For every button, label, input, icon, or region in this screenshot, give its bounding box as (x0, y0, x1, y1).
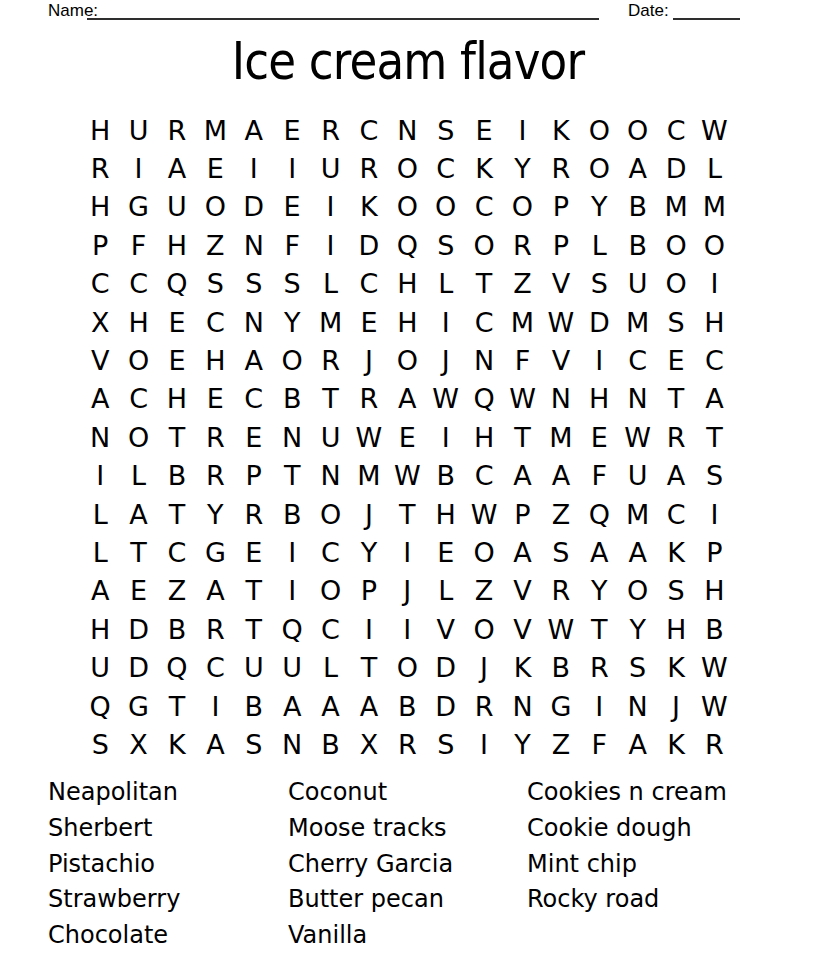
grid-cell-r12c12: A (503, 533, 541, 571)
grid-cell-r3c17: M (695, 188, 733, 226)
word-list-item: Chocolate (48, 918, 180, 954)
grid-cell-r17c4: A (196, 725, 234, 763)
grid-cell-r9c17: T (695, 418, 733, 456)
grid-cell-r2c8: R (350, 149, 388, 187)
grid-cell-r8c10: W (427, 380, 465, 418)
grid-cell-r4c3: H (158, 226, 196, 264)
grid-cell-r12c1: L (81, 533, 119, 571)
word-list-item: Cherry Garcia (288, 847, 453, 883)
grid-cell-r15c15: S (618, 648, 656, 686)
grid-cell-r5c15: U (618, 265, 656, 303)
grid-cell-r5c4: S (196, 265, 234, 303)
word-list-item: Butter pecan (288, 882, 453, 918)
grid-cell-r4c17: O (695, 226, 733, 264)
grid-cell-r8c9: A (388, 380, 426, 418)
grid-cell-r8c2: C (119, 380, 157, 418)
grid-cell-r14c8: I (350, 610, 388, 648)
grid-cell-r6c10: I (427, 303, 465, 341)
grid-cell-r6c3: E (158, 303, 196, 341)
page-title: Ice cream flavor (53, 37, 763, 85)
grid-cell-r3c5: D (235, 188, 273, 226)
grid-cell-r6c6: Y (273, 303, 311, 341)
grid-cell-r1c2: U (119, 111, 157, 149)
grid-cell-r4c7: I (311, 226, 349, 264)
grid-cell-r4c1: P (81, 226, 119, 264)
grid-cell-r6c11: C (465, 303, 503, 341)
grid-cell-r2c14: O (580, 149, 618, 187)
grid-cell-r3c14: Y (580, 188, 618, 226)
grid-cell-r4c4: Z (196, 226, 234, 264)
grid-cell-r1c11: E (465, 111, 503, 149)
grid-cell-r1c1: H (81, 111, 119, 149)
date-label: Date: (628, 1, 669, 21)
grid-cell-r7c15: C (618, 341, 656, 379)
grid-cell-r12c5: E (235, 533, 273, 571)
grid-cell-r14c16: H (657, 610, 695, 648)
grid-cell-r10c15: U (618, 457, 656, 495)
grid-cell-r5c6: S (273, 265, 311, 303)
grid-cell-r17c3: K (158, 725, 196, 763)
grid-cell-r4c13: P (542, 226, 580, 264)
grid-cell-r16c14: I (580, 687, 618, 725)
grid-cell-r5c10: L (427, 265, 465, 303)
grid-cell-r13c8: P (350, 572, 388, 610)
grid-cell-r4c5: N (235, 226, 273, 264)
grid-cell-r7c8: J (350, 341, 388, 379)
grid-cell-r14c6: Q (273, 610, 311, 648)
grid-cell-r11c6: B (273, 495, 311, 533)
grid-cell-r3c4: O (196, 188, 234, 226)
grid-cell-r1c15: O (618, 111, 656, 149)
grid-cell-r5c3: Q (158, 265, 196, 303)
grid-cell-r5c7: L (311, 265, 349, 303)
grid-cell-r13c7: O (311, 572, 349, 610)
grid-cell-r13c10: L (427, 572, 465, 610)
grid-cell-r11c17: I (695, 495, 733, 533)
grid-cell-r10c1: I (81, 457, 119, 495)
grid-cell-r3c1: H (81, 188, 119, 226)
grid-cell-r12c17: P (695, 533, 733, 571)
grid-cell-r11c15: M (618, 495, 656, 533)
grid-cell-r10c8: M (350, 457, 388, 495)
grid-cell-r15c6: U (273, 648, 311, 686)
grid-cell-r8c7: T (311, 380, 349, 418)
grid-cell-r17c7: B (311, 725, 349, 763)
grid-cell-r1c4: M (196, 111, 234, 149)
grid-cell-r9c14: E (580, 418, 618, 456)
grid-cell-r10c13: A (542, 457, 580, 495)
grid-cell-r3c16: M (657, 188, 695, 226)
grid-cell-r12c15: A (618, 533, 656, 571)
word-list: NeapolitanSherbertPistachioStrawberryCho… (0, 775, 816, 957)
grid-cell-r6c2: H (119, 303, 157, 341)
grid-cell-r11c12: P (503, 495, 541, 533)
grid-cell-r8c15: N (618, 380, 656, 418)
word-list-item: Coconut (288, 775, 453, 811)
grid-cell-r17c16: K (657, 725, 695, 763)
grid-cell-r8c14: H (580, 380, 618, 418)
grid-cell-r5c1: C (81, 265, 119, 303)
grid-cell-r7c1: V (81, 341, 119, 379)
grid-cell-r12c6: I (273, 533, 311, 571)
grid-cell-r1c8: C (350, 111, 388, 149)
grid-cell-r15c5: U (235, 648, 273, 686)
date-blank-line (673, 18, 740, 20)
grid-cell-r14c15: Y (618, 610, 656, 648)
grid-cell-r9c5: E (235, 418, 273, 456)
grid-cell-r8c17: A (695, 380, 733, 418)
grid-cell-r13c2: E (119, 572, 157, 610)
grid-cell-r10c3: B (158, 457, 196, 495)
grid-cell-r1c16: C (657, 111, 695, 149)
grid-cell-r17c13: Z (542, 725, 580, 763)
grid-cell-r1c14: O (580, 111, 618, 149)
grid-cell-r12c2: T (119, 533, 157, 571)
grid-cell-r17c17: R (695, 725, 733, 763)
grid-cell-r2c10: C (427, 149, 465, 187)
grid-cell-r4c8: D (350, 226, 388, 264)
word-list-column-3: Cookies n creamCookie doughMint chipRock… (527, 775, 727, 918)
grid-cell-r17c11: I (465, 725, 503, 763)
grid-cell-r11c3: T (158, 495, 196, 533)
grid-cell-r8c5: C (235, 380, 273, 418)
grid-cell-r5c2: C (119, 265, 157, 303)
word-list-item: Vanilla (288, 918, 453, 954)
grid-cell-r11c14: Q (580, 495, 618, 533)
grid-cell-r13c17: H (695, 572, 733, 610)
grid-cell-r13c6: I (273, 572, 311, 610)
grid-cell-r6c17: H (695, 303, 733, 341)
grid-cell-r2c15: A (618, 149, 656, 187)
grid-cell-r15c4: C (196, 648, 234, 686)
grid-cell-r14c5: T (235, 610, 273, 648)
grid-cell-r12c3: C (158, 533, 196, 571)
grid-cell-r2c17: L (695, 149, 733, 187)
grid-cell-r13c5: T (235, 572, 273, 610)
grid-cell-r7c6: O (273, 341, 311, 379)
grid-cell-r10c12: A (503, 457, 541, 495)
grid-cell-r12c4: G (196, 533, 234, 571)
grid-cell-r5c8: C (350, 265, 388, 303)
grid-cell-r10c4: R (196, 457, 234, 495)
grid-cell-r9c6: N (273, 418, 311, 456)
grid-cell-r4c15: B (618, 226, 656, 264)
grid-cell-r11c5: R (235, 495, 273, 533)
grid-cell-r10c10: B (427, 457, 465, 495)
grid-cell-r5c16: O (657, 265, 695, 303)
grid-cell-r17c15: A (618, 725, 656, 763)
grid-cell-r9c16: R (657, 418, 695, 456)
grid-cell-r4c14: L (580, 226, 618, 264)
grid-cell-r2c9: O (388, 149, 426, 187)
grid-cell-r9c1: N (81, 418, 119, 456)
grid-cell-r15c3: Q (158, 648, 196, 686)
grid-cell-r16c17: W (695, 687, 733, 725)
grid-cell-r12c10: E (427, 533, 465, 571)
grid-cell-r15c17: W (695, 648, 733, 686)
grid-cell-r8c16: T (657, 380, 695, 418)
grid-cell-r7c2: O (119, 341, 157, 379)
grid-cell-r4c11: O (465, 226, 503, 264)
grid-cell-r5c5: S (235, 265, 273, 303)
grid-cell-r3c10: O (427, 188, 465, 226)
grid-cell-r16c11: R (465, 687, 503, 725)
grid-cell-r11c1: L (81, 495, 119, 533)
grid-cell-r10c2: L (119, 457, 157, 495)
word-list-item: Rocky road (527, 882, 727, 918)
grid-cell-r4c16: O (657, 226, 695, 264)
grid-cell-r3c2: G (119, 188, 157, 226)
grid-cell-r13c9: J (388, 572, 426, 610)
grid-cell-r5c9: H (388, 265, 426, 303)
grid-cell-r16c2: G (119, 687, 157, 725)
grid-cell-r17c2: X (119, 725, 157, 763)
grid-cell-r16c7: A (311, 687, 349, 725)
grid-cell-r2c16: D (657, 149, 695, 187)
grid-cell-r16c1: Q (81, 687, 119, 725)
grid-cell-r6c12: M (503, 303, 541, 341)
grid-cell-r14c10: V (427, 610, 465, 648)
grid-cell-r2c11: K (465, 149, 503, 187)
grid-cell-r17c5: S (235, 725, 273, 763)
grid-cell-r2c13: R (542, 149, 580, 187)
grid-cell-r16c9: B (388, 687, 426, 725)
grid-cell-r7c7: R (311, 341, 349, 379)
grid-cell-r14c2: D (119, 610, 157, 648)
grid-cell-r17c14: F (580, 725, 618, 763)
grid-cell-r13c1: A (81, 572, 119, 610)
grid-cell-r13c14: Y (580, 572, 618, 610)
grid-cell-r4c9: Q (388, 226, 426, 264)
grid-cell-r7c5: A (235, 341, 273, 379)
word-search-grid: HURMAERCNSEIKOOCWRIAEIIUROCKYROADLHGUODE… (81, 111, 734, 764)
grid-cell-r12c8: Y (350, 533, 388, 571)
word-list-column-2: CoconutMoose tracksCherry GarciaButter p… (288, 775, 453, 954)
grid-cell-r7c13: V (542, 341, 580, 379)
grid-cell-r1c10: S (427, 111, 465, 149)
grid-cell-r7c11: N (465, 341, 503, 379)
grid-cell-r11c16: C (657, 495, 695, 533)
grid-cell-r3c11: C (465, 188, 503, 226)
grid-cell-r3c12: O (503, 188, 541, 226)
grid-cell-r5c14: S (580, 265, 618, 303)
grid-cell-r3c15: B (618, 188, 656, 226)
grid-cell-r4c6: F (273, 226, 311, 264)
grid-cell-r10c7: N (311, 457, 349, 495)
grid-cell-r10c11: C (465, 457, 503, 495)
grid-cell-r9c10: I (427, 418, 465, 456)
grid-cell-r3c8: K (350, 188, 388, 226)
grid-cell-r6c14: D (580, 303, 618, 341)
grid-cell-r2c2: I (119, 149, 157, 187)
grid-cell-r2c5: I (235, 149, 273, 187)
grid-cell-r4c12: R (503, 226, 541, 264)
grid-cell-r14c4: R (196, 610, 234, 648)
grid-cell-r9c4: R (196, 418, 234, 456)
grid-cell-r14c12: V (503, 610, 541, 648)
grid-cell-r8c8: R (350, 380, 388, 418)
grid-cell-r7c14: I (580, 341, 618, 379)
grid-cell-r3c6: E (273, 188, 311, 226)
grid-cell-r12c9: I (388, 533, 426, 571)
word-list-item: Mint chip (527, 847, 727, 883)
grid-cell-r6c9: H (388, 303, 426, 341)
grid-cell-r13c15: O (618, 572, 656, 610)
grid-cell-r12c14: A (580, 533, 618, 571)
grid-cell-r7c12: F (503, 341, 541, 379)
grid-cell-r15c12: K (503, 648, 541, 686)
grid-cell-r10c17: S (695, 457, 733, 495)
grid-cell-r9c2: O (119, 418, 157, 456)
grid-cell-r16c15: N (618, 687, 656, 725)
grid-cell-r3c13: P (542, 188, 580, 226)
grid-cell-r9c8: W (350, 418, 388, 456)
grid-cell-r1c9: N (388, 111, 426, 149)
grid-cell-r7c9: O (388, 341, 426, 379)
grid-cell-r9c7: U (311, 418, 349, 456)
grid-cell-r3c3: U (158, 188, 196, 226)
grid-cell-r7c16: E (657, 341, 695, 379)
grid-cell-r15c11: J (465, 648, 503, 686)
grid-cell-r17c6: N (273, 725, 311, 763)
grid-cell-r3c7: I (311, 188, 349, 226)
grid-cell-r15c2: D (119, 648, 157, 686)
grid-cell-r5c17: I (695, 265, 733, 303)
grid-cell-r10c14: F (580, 457, 618, 495)
word-list-item: Sherbert (48, 811, 180, 847)
grid-cell-r16c10: D (427, 687, 465, 725)
grid-cell-r1c7: R (311, 111, 349, 149)
grid-cell-r8c6: B (273, 380, 311, 418)
grid-cell-r14c7: C (311, 610, 349, 648)
grid-cell-r4c10: S (427, 226, 465, 264)
grid-cell-r10c9: W (388, 457, 426, 495)
grid-cell-r14c13: W (542, 610, 580, 648)
grid-cell-r1c6: E (273, 111, 311, 149)
grid-cell-r10c16: A (657, 457, 695, 495)
grid-cell-r7c17: C (695, 341, 733, 379)
grid-cell-r15c10: D (427, 648, 465, 686)
grid-cell-r2c3: A (158, 149, 196, 187)
grid-cell-r6c8: E (350, 303, 388, 341)
grid-cell-r6c5: N (235, 303, 273, 341)
grid-cell-r15c1: U (81, 648, 119, 686)
grid-cell-r11c7: O (311, 495, 349, 533)
grid-cell-r17c10: S (427, 725, 465, 763)
grid-cell-r15c9: O (388, 648, 426, 686)
grid-cell-r11c2: A (119, 495, 157, 533)
grid-cell-r6c15: M (618, 303, 656, 341)
grid-cell-r6c13: W (542, 303, 580, 341)
grid-cell-r17c1: S (81, 725, 119, 763)
grid-cell-r16c16: J (657, 687, 695, 725)
grid-cell-r9c13: M (542, 418, 580, 456)
grid-cell-r1c13: K (542, 111, 580, 149)
grid-cell-r13c12: V (503, 572, 541, 610)
grid-cell-r14c3: B (158, 610, 196, 648)
grid-cell-r13c13: R (542, 572, 580, 610)
grid-cell-r9c12: T (503, 418, 541, 456)
grid-cell-r1c12: I (503, 111, 541, 149)
grid-cell-r5c11: T (465, 265, 503, 303)
grid-cell-r16c6: A (273, 687, 311, 725)
grid-cell-r13c4: A (196, 572, 234, 610)
grid-cell-r10c5: P (235, 457, 273, 495)
grid-cell-r17c12: Y (503, 725, 541, 763)
grid-cell-r16c12: N (503, 687, 541, 725)
grid-cell-r10c6: T (273, 457, 311, 495)
grid-cell-r2c6: I (273, 149, 311, 187)
word-list-item: Strawberry (48, 882, 180, 918)
grid-cell-r6c4: C (196, 303, 234, 341)
grid-cell-r13c16: S (657, 572, 695, 610)
grid-cell-r1c5: A (235, 111, 273, 149)
grid-cell-r13c3: Z (158, 572, 196, 610)
grid-cell-r11c9: T (388, 495, 426, 533)
grid-cell-r2c7: U (311, 149, 349, 187)
grid-cell-r17c9: R (388, 725, 426, 763)
grid-cell-r6c1: X (81, 303, 119, 341)
grid-cell-r16c4: I (196, 687, 234, 725)
grid-cell-r16c13: G (542, 687, 580, 725)
grid-cell-r17c8: X (350, 725, 388, 763)
grid-cell-r9c3: T (158, 418, 196, 456)
grid-cell-r14c17: B (695, 610, 733, 648)
grid-cell-r15c7: L (311, 648, 349, 686)
grid-cell-r9c11: H (465, 418, 503, 456)
word-list-item: Neapolitan (48, 775, 180, 811)
grid-cell-r6c16: S (657, 303, 695, 341)
word-list-item: Moose tracks (288, 811, 453, 847)
grid-cell-r1c3: R (158, 111, 196, 149)
grid-cell-r12c13: S (542, 533, 580, 571)
word-list-item: Pistachio (48, 847, 180, 883)
word-list-item: Cookies n cream (527, 775, 727, 811)
grid-cell-r14c14: T (580, 610, 618, 648)
name-blank-line (87, 18, 599, 20)
grid-cell-r13c11: Z (465, 572, 503, 610)
word-list-item: Cookie dough (527, 811, 727, 847)
grid-cell-r8c12: W (503, 380, 541, 418)
grid-cell-r12c7: C (311, 533, 349, 571)
grid-cell-r15c14: R (580, 648, 618, 686)
grid-cell-r3c9: O (388, 188, 426, 226)
grid-cell-r11c11: W (465, 495, 503, 533)
grid-cell-r16c3: T (158, 687, 196, 725)
grid-cell-r15c13: B (542, 648, 580, 686)
grid-cell-r15c8: T (350, 648, 388, 686)
grid-cell-r9c15: W (618, 418, 656, 456)
grid-cell-r2c12: Y (503, 149, 541, 187)
grid-cell-r11c4: Y (196, 495, 234, 533)
grid-cell-r7c10: J (427, 341, 465, 379)
grid-cell-r5c13: V (542, 265, 580, 303)
worksheet-page: { "game": "word-search", "title": "Ice c… (0, 0, 816, 957)
grid-cell-r16c8: A (350, 687, 388, 725)
grid-cell-r9c9: E (388, 418, 426, 456)
grid-cell-r7c4: H (196, 341, 234, 379)
grid-cell-r12c16: K (657, 533, 695, 571)
grid-cell-r1c17: W (695, 111, 733, 149)
grid-cell-r2c1: R (81, 149, 119, 187)
grid-cell-r8c4: E (196, 380, 234, 418)
grid-cell-r16c5: B (235, 687, 273, 725)
grid-cell-r11c10: H (427, 495, 465, 533)
grid-cell-r6c7: M (311, 303, 349, 341)
grid-cell-r14c9: I (388, 610, 426, 648)
grid-cell-r2c4: E (196, 149, 234, 187)
grid-cell-r14c11: O (465, 610, 503, 648)
